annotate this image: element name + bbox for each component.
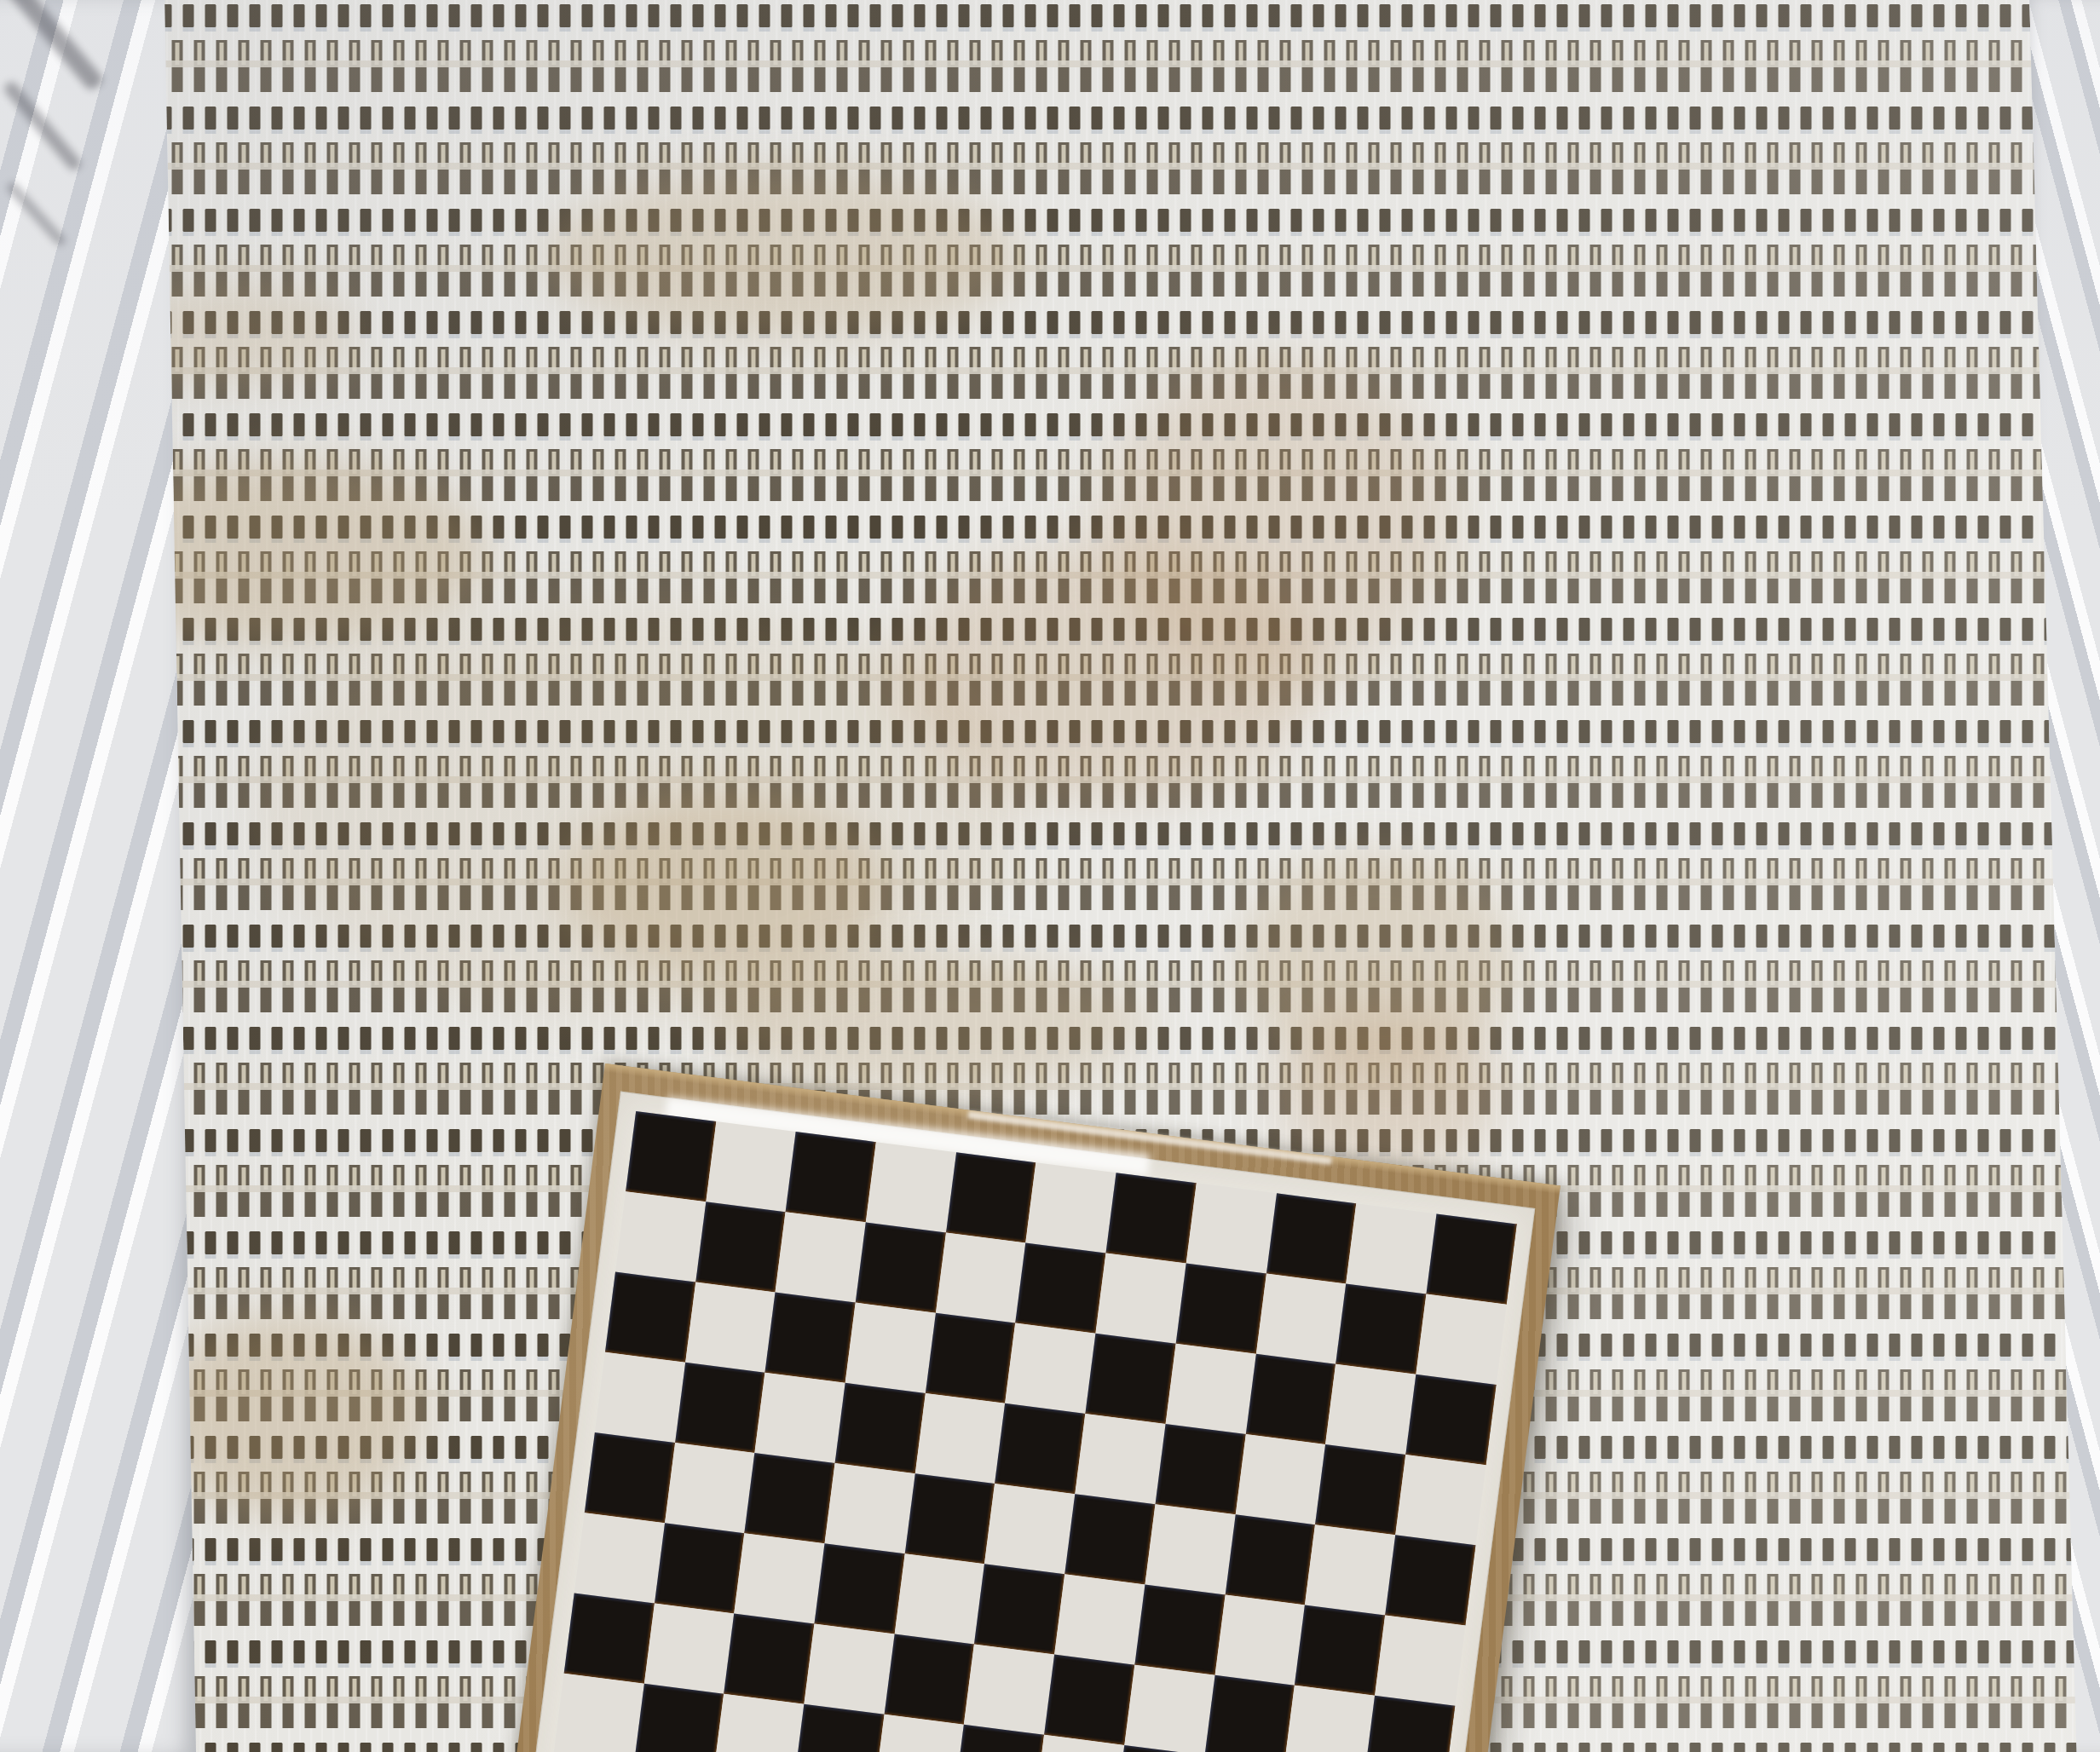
board-square-r1c6[interactable] bbox=[1026, 1162, 1116, 1253]
board-square-r2c8[interactable] bbox=[1175, 1264, 1266, 1354]
stain-patch bbox=[153, 1312, 426, 1517]
board-square-r5c9[interactable] bbox=[1225, 1514, 1315, 1605]
board-square-r4c5[interactable] bbox=[915, 1393, 1006, 1484]
board-square-r1c2[interactable] bbox=[706, 1121, 796, 1212]
board-square-r7c6[interactable] bbox=[964, 1645, 1054, 1735]
board-square-r1c7[interactable] bbox=[1106, 1173, 1197, 1263]
board-square-r4c9[interactable] bbox=[1235, 1434, 1325, 1524]
board-square-r6c5[interactable] bbox=[894, 1553, 984, 1644]
board-square-r3c10[interactable] bbox=[1325, 1364, 1416, 1455]
board-square-r2c7[interactable] bbox=[1096, 1253, 1186, 1343]
board-square-r8c2[interactable] bbox=[634, 1684, 724, 1752]
board-square-r5c3[interactable] bbox=[745, 1453, 835, 1543]
board-square-r1c9[interactable] bbox=[1266, 1193, 1356, 1283]
board-square-r6c11[interactable] bbox=[1375, 1616, 1465, 1706]
board-square-r7c4[interactable] bbox=[804, 1624, 894, 1715]
board-square-r2c3[interactable] bbox=[776, 1212, 866, 1302]
board-square-r3c7[interactable] bbox=[1085, 1334, 1175, 1424]
board-square-r6c9[interactable] bbox=[1214, 1594, 1305, 1685]
board-square-r3c5[interactable] bbox=[926, 1313, 1016, 1403]
board-square-r6c8[interactable] bbox=[1134, 1584, 1225, 1674]
board-square-r8c1[interactable] bbox=[554, 1674, 644, 1752]
board-square-r6c3[interactable] bbox=[735, 1533, 825, 1623]
board-square-r3c6[interactable] bbox=[1006, 1323, 1096, 1414]
calibration-checkerboard-board bbox=[497, 1063, 1561, 1752]
board-square-r1c3[interactable] bbox=[786, 1132, 876, 1222]
board-square-r3c1[interactable] bbox=[605, 1272, 695, 1363]
board-square-r5c1[interactable] bbox=[585, 1432, 675, 1523]
sheen-patch bbox=[1278, 1006, 1500, 1176]
board-square-r7c11[interactable] bbox=[1364, 1696, 1455, 1752]
board-square-r7c1[interactable] bbox=[564, 1593, 655, 1683]
board-square-r7c9[interactable] bbox=[1204, 1675, 1295, 1752]
board-square-r7c10[interactable] bbox=[1284, 1686, 1375, 1752]
board-square-r4c8[interactable] bbox=[1155, 1424, 1245, 1514]
board-square-r3c4[interactable] bbox=[845, 1303, 936, 1393]
board-square-r5c4[interactable] bbox=[825, 1463, 915, 1553]
board-square-r6c4[interactable] bbox=[815, 1543, 905, 1634]
board-square-r6c7[interactable] bbox=[1054, 1574, 1145, 1664]
board-square-r4c6[interactable] bbox=[995, 1403, 1085, 1494]
board-square-r3c2[interactable] bbox=[685, 1282, 776, 1373]
board-square-r3c3[interactable] bbox=[765, 1293, 856, 1383]
board-square-r2c10[interactable] bbox=[1336, 1284, 1426, 1375]
board-square-r7c7[interactable] bbox=[1044, 1655, 1134, 1745]
board-square-r4c4[interactable] bbox=[835, 1383, 926, 1473]
board-square-r5c6[interactable] bbox=[984, 1484, 1075, 1574]
board-square-r6c10[interactable] bbox=[1295, 1605, 1385, 1695]
board-square-r2c9[interactable] bbox=[1255, 1274, 1346, 1364]
board-square-r4c1[interactable] bbox=[595, 1352, 685, 1443]
board-square-r2c4[interactable] bbox=[856, 1222, 946, 1312]
board-square-r5c11[interactable] bbox=[1385, 1535, 1475, 1625]
board-square-r4c3[interactable] bbox=[755, 1373, 845, 1463]
board-square-r6c6[interactable] bbox=[974, 1564, 1064, 1654]
board-square-r6c2[interactable] bbox=[655, 1523, 745, 1613]
board-square-r4c10[interactable] bbox=[1315, 1444, 1405, 1535]
board-square-r2c1[interactable] bbox=[615, 1191, 706, 1282]
photo-scene bbox=[0, 0, 2100, 1752]
board-square-r5c7[interactable] bbox=[1064, 1494, 1155, 1584]
board-square-r7c2[interactable] bbox=[644, 1603, 735, 1693]
board-square-r2c2[interactable] bbox=[695, 1202, 786, 1292]
board-square-r7c3[interactable] bbox=[724, 1613, 815, 1703]
board-square-r1c10[interactable] bbox=[1346, 1203, 1436, 1294]
board-square-r4c7[interactable] bbox=[1075, 1414, 1165, 1504]
board-square-r7c8[interactable] bbox=[1124, 1665, 1214, 1752]
board-square-r1c8[interactable] bbox=[1186, 1183, 1277, 1273]
board-square-r1c1[interactable] bbox=[626, 1111, 716, 1202]
board-square-r2c11[interactable] bbox=[1416, 1294, 1506, 1385]
board-square-r5c2[interactable] bbox=[665, 1443, 755, 1533]
board-square-r3c9[interactable] bbox=[1245, 1354, 1336, 1444]
board-square-r4c2[interactable] bbox=[675, 1363, 765, 1453]
sheen-patch bbox=[895, 545, 1321, 801]
board-square-r4c11[interactable] bbox=[1395, 1455, 1486, 1545]
board-square-r1c5[interactable] bbox=[946, 1152, 1036, 1242]
board-square-r3c11[interactable] bbox=[1405, 1375, 1496, 1465]
board-square-r1c11[interactable] bbox=[1426, 1213, 1516, 1304]
board-square-r5c10[interactable] bbox=[1305, 1524, 1395, 1615]
board-square-r5c8[interactable] bbox=[1145, 1504, 1235, 1594]
board-square-r7c5[interactable] bbox=[884, 1634, 974, 1725]
checkerboard-grid bbox=[544, 1111, 1517, 1752]
board-square-r8c3[interactable] bbox=[713, 1694, 804, 1752]
board-square-r5c5[interactable] bbox=[904, 1473, 995, 1564]
board-square-r2c5[interactable] bbox=[936, 1232, 1026, 1323]
mesh-selvage-left bbox=[0, 0, 196, 1752]
stain-patch bbox=[545, 170, 1023, 341]
board-square-r3c8[interactable] bbox=[1165, 1344, 1255, 1434]
board-square-r6c1[interactable] bbox=[574, 1513, 665, 1603]
checkerboard-sticker bbox=[516, 1092, 1535, 1752]
board-square-r1c4[interactable] bbox=[866, 1142, 956, 1232]
board-square-r2c6[interactable] bbox=[1016, 1242, 1106, 1333]
